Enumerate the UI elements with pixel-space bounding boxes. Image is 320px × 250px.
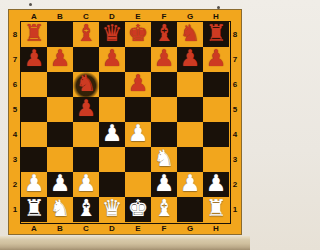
square-f6[interactable] — [151, 72, 177, 97]
file-label-c-bottom: C — [73, 222, 99, 234]
square-g3[interactable] — [177, 147, 203, 172]
piece-white-pawn-c2[interactable]: ♟ — [76, 172, 97, 195]
piece-white-rook-a1[interactable]: ♜ — [24, 197, 45, 220]
rank-label-8-right: 8 — [229, 22, 241, 47]
board-border-corner — [9, 10, 21, 22]
rank-label-8-left: 8 — [9, 22, 21, 47]
square-a2[interactable]: ♟ — [21, 172, 47, 197]
square-e3[interactable] — [125, 147, 151, 172]
piece-red-pawn-d7[interactable]: ♟ — [102, 47, 123, 70]
square-e2[interactable] — [125, 172, 151, 197]
rank-label-6-right: 6 — [229, 72, 241, 97]
square-f5[interactable] — [151, 97, 177, 122]
square-f2[interactable]: ♟ — [151, 172, 177, 197]
piece-red-queen-d8[interactable]: ♛ — [102, 22, 123, 45]
square-b7[interactable]: ♟ — [47, 47, 73, 72]
square-f4[interactable] — [151, 122, 177, 147]
square-d7[interactable]: ♟ — [99, 47, 125, 72]
rank-label-4-right: 4 — [229, 122, 241, 147]
mount-dot-left-icon — [29, 3, 32, 6]
square-g8[interactable]: ♞ — [177, 22, 203, 47]
square-b1[interactable]: ♞ — [47, 197, 73, 222]
rank-label-3-right: 3 — [229, 147, 241, 172]
square-c2[interactable]: ♟ — [73, 172, 99, 197]
square-c3[interactable] — [73, 147, 99, 172]
piece-red-pawn-e6[interactable]: ♟ — [128, 72, 149, 95]
square-h5[interactable] — [203, 97, 229, 122]
square-g4[interactable] — [177, 122, 203, 147]
square-d5[interactable] — [99, 97, 125, 122]
square-h7[interactable]: ♟ — [203, 47, 229, 72]
rank-label-1-right: 1 — [229, 197, 241, 222]
piece-red-bishop-f8[interactable]: ♝ — [154, 22, 175, 45]
file-label-a-bottom: A — [21, 222, 47, 234]
square-d4[interactable]: ♟ — [99, 122, 125, 147]
piece-red-pawn-a7[interactable]: ♟ — [24, 47, 45, 70]
rank-label-1-left: 1 — [9, 197, 21, 222]
rank-label-2-left: 2 — [9, 172, 21, 197]
piece-red-pawn-h7[interactable]: ♟ — [206, 47, 227, 70]
square-d1[interactable]: ♛ — [99, 197, 125, 222]
square-b8[interactable] — [47, 22, 73, 47]
file-label-h-bottom: H — [203, 222, 229, 234]
piece-red-pawn-g7[interactable]: ♟ — [180, 47, 201, 70]
piece-white-king-e1[interactable]: ♚ — [128, 197, 149, 220]
piece-white-pawn-e4[interactable]: ♟ — [128, 122, 149, 145]
square-g7[interactable]: ♟ — [177, 47, 203, 72]
rank-label-5-left: 5 — [9, 97, 21, 122]
piece-red-knight-g8[interactable]: ♞ — [180, 22, 201, 45]
piece-red-king-e8[interactable]: ♚ — [128, 22, 149, 45]
square-d8[interactable]: ♛ — [99, 22, 125, 47]
chess-board: ABCDEFGH8♜♝♛♚♝♞♜87♟♟♟♟♟♟76♞♟65♟54♟♟43♞32… — [8, 9, 242, 235]
rank-label-4-left: 4 — [9, 122, 21, 147]
board-border-corner — [229, 10, 241, 22]
piece-red-pawn-b7[interactable]: ♟ — [50, 47, 71, 70]
square-b6[interactable] — [47, 72, 73, 97]
file-label-b-top: B — [47, 10, 73, 22]
board-border-corner — [9, 222, 21, 234]
square-f7[interactable]: ♟ — [151, 47, 177, 72]
square-a3[interactable] — [21, 147, 47, 172]
square-c8[interactable]: ♝ — [73, 22, 99, 47]
piece-white-knight-f3[interactable]: ♞ — [154, 147, 175, 170]
rank-label-7-left: 7 — [9, 47, 21, 72]
square-a5[interactable] — [21, 97, 47, 122]
square-h2[interactable]: ♟ — [203, 172, 229, 197]
piece-red-pawn-c5[interactable]: ♟ — [76, 97, 97, 120]
piece-white-pawn-g2[interactable]: ♟ — [180, 172, 201, 195]
file-label-f-bottom: F — [151, 222, 177, 234]
file-label-e-bottom: E — [125, 222, 151, 234]
square-a6[interactable] — [21, 72, 47, 97]
piece-white-pawn-d4[interactable]: ♟ — [102, 122, 123, 145]
square-h1[interactable]: ♜ — [203, 197, 229, 222]
square-h4[interactable] — [203, 122, 229, 147]
square-h8[interactable]: ♜ — [203, 22, 229, 47]
file-label-g-bottom: G — [177, 222, 203, 234]
piece-red-rook-a8[interactable]: ♜ — [24, 22, 45, 45]
square-a4[interactable] — [21, 122, 47, 147]
square-g2[interactable]: ♟ — [177, 172, 203, 197]
square-c4[interactable] — [73, 122, 99, 147]
rank-label-6-left: 6 — [9, 72, 21, 97]
square-e6[interactable]: ♟ — [125, 72, 151, 97]
wooden-ledge — [0, 236, 250, 250]
square-c1[interactable]: ♝ — [73, 197, 99, 222]
square-c5[interactable]: ♟ — [73, 97, 99, 122]
square-d6[interactable] — [99, 72, 125, 97]
piece-red-knight-c6[interactable]: ♞ — [76, 72, 97, 95]
rank-label-7-right: 7 — [229, 47, 241, 72]
square-c7[interactable] — [73, 47, 99, 72]
piece-red-rook-h8[interactable]: ♜ — [206, 22, 227, 45]
piece-white-queen-d1[interactable]: ♛ — [102, 197, 123, 220]
piece-white-knight-b1[interactable]: ♞ — [50, 197, 71, 220]
piece-red-pawn-f7[interactable]: ♟ — [154, 47, 175, 70]
square-e8[interactable]: ♚ — [125, 22, 151, 47]
file-label-d-bottom: D — [99, 222, 125, 234]
piece-white-bishop-f1[interactable]: ♝ — [154, 197, 175, 220]
square-e1[interactable]: ♚ — [125, 197, 151, 222]
rank-label-3-left: 3 — [9, 147, 21, 172]
rank-label-5-right: 5 — [229, 97, 241, 122]
square-h6[interactable] — [203, 72, 229, 97]
square-a7[interactable]: ♟ — [21, 47, 47, 72]
square-f1[interactable]: ♝ — [151, 197, 177, 222]
square-b2[interactable]: ♟ — [47, 172, 73, 197]
square-h3[interactable] — [203, 147, 229, 172]
square-e4[interactable]: ♟ — [125, 122, 151, 147]
square-e7[interactable] — [125, 47, 151, 72]
board-border-corner — [229, 222, 241, 234]
square-a8[interactable]: ♜ — [21, 22, 47, 47]
piece-white-rook-h1[interactable]: ♜ — [206, 197, 227, 220]
piece-white-pawn-a2[interactable]: ♟ — [24, 172, 45, 195]
square-d2[interactable] — [99, 172, 125, 197]
rank-label-2-right: 2 — [229, 172, 241, 197]
square-g1[interactable] — [177, 197, 203, 222]
piece-white-pawn-b2[interactable]: ♟ — [50, 172, 71, 195]
square-e5[interactable] — [125, 97, 151, 122]
square-f8[interactable]: ♝ — [151, 22, 177, 47]
piece-red-bishop-c8[interactable]: ♝ — [76, 22, 97, 45]
piece-white-bishop-c1[interactable]: ♝ — [76, 197, 97, 220]
file-label-b-bottom: B — [47, 222, 73, 234]
square-b4[interactable] — [47, 122, 73, 147]
square-c6[interactable]: ♞ — [73, 72, 99, 97]
square-a1[interactable]: ♜ — [21, 197, 47, 222]
square-b5[interactable] — [47, 97, 73, 122]
square-d3[interactable] — [99, 147, 125, 172]
piece-white-pawn-h2[interactable]: ♟ — [206, 172, 227, 195]
piece-white-pawn-f2[interactable]: ♟ — [154, 172, 175, 195]
square-b3[interactable] — [47, 147, 73, 172]
square-g5[interactable] — [177, 97, 203, 122]
square-f3[interactable]: ♞ — [151, 147, 177, 172]
square-g6[interactable] — [177, 72, 203, 97]
